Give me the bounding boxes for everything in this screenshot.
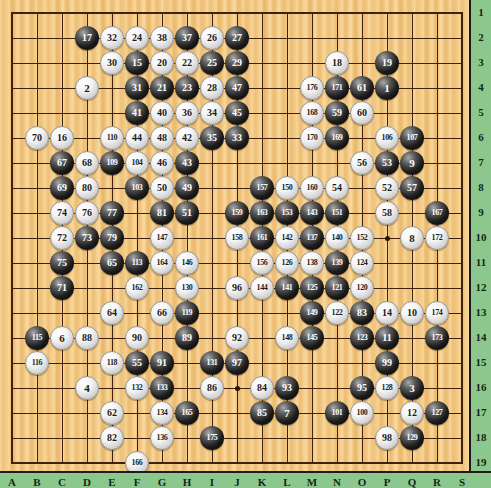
stone-white-174: 174 [425,301,449,325]
row-label-18: 18 [471,431,491,443]
stone-white-60: 60 [350,101,374,125]
stone-white-100: 100 [350,401,374,425]
column-label-E: E [102,476,122,488]
stone-black-153: 153 [275,201,299,225]
column-label-S: S [452,476,472,488]
stone-black-161: 161 [250,226,274,250]
stone-white-6: 6 [50,326,74,350]
column-label-B: B [27,476,47,488]
stone-white-148: 148 [275,326,299,350]
stone-black-123: 123 [350,326,374,350]
stone-white-16: 16 [50,126,74,150]
stone-white-156: 156 [250,251,274,275]
stone-black-15: 15 [125,51,149,75]
stone-white-128: 128 [375,376,399,400]
row-label-17: 17 [471,406,491,418]
stone-black-93: 93 [275,376,299,400]
stone-black-139: 139 [325,251,349,275]
stone-white-30: 30 [100,51,124,75]
stone-black-11: 11 [375,326,399,350]
stone-white-98: 98 [375,426,399,450]
stone-black-51: 51 [175,201,199,225]
stone-white-110: 110 [100,126,124,150]
stone-black-89: 89 [175,326,199,350]
stone-white-92: 92 [225,326,249,350]
star-point [385,236,390,241]
stone-black-61: 61 [350,76,374,100]
stone-white-80: 80 [75,176,99,200]
column-label-N: N [327,476,347,488]
column-label-A: A [2,476,22,488]
stone-black-17: 17 [75,26,99,50]
stone-black-57: 57 [400,176,424,200]
stone-black-37: 37 [175,26,199,50]
stone-black-29: 29 [225,51,249,75]
stone-white-52: 52 [375,176,399,200]
stone-white-84: 84 [250,376,274,400]
row-label-10: 10 [471,231,491,243]
stone-white-104: 104 [125,151,149,175]
column-label-L: L [277,476,297,488]
column-label-R: R [427,476,447,488]
column-label-H: H [177,476,197,488]
stone-black-73: 73 [75,226,99,250]
stone-white-58: 58 [375,201,399,225]
stone-white-142: 142 [275,226,299,250]
stone-white-118: 118 [100,351,124,375]
stone-white-162: 162 [125,276,149,300]
stone-black-159: 159 [225,201,249,225]
stone-white-147: 147 [150,226,174,250]
stone-black-41: 41 [125,101,149,125]
stone-white-72: 72 [50,226,74,250]
column-label-O: O [352,476,372,488]
column-label-M: M [302,476,322,488]
stone-white-140: 140 [325,226,349,250]
stone-white-150: 150 [275,176,299,200]
row-label-9: 9 [471,206,491,218]
stone-white-122: 122 [325,301,349,325]
stone-black-137: 137 [300,226,324,250]
stone-white-146: 146 [175,251,199,275]
stone-black-19: 19 [375,51,399,75]
stone-white-160: 160 [300,176,324,200]
stone-white-56: 56 [350,151,374,175]
stone-black-81: 81 [150,201,174,225]
stone-white-40: 40 [150,101,174,125]
row-label-7: 7 [471,156,491,168]
stone-black-65: 65 [100,251,124,275]
go-board[interactable]: 1732243837262730152022252918192312123284… [0,0,491,488]
star-point [235,386,240,391]
stone-white-20: 20 [150,51,174,75]
stone-black-145: 145 [300,326,324,350]
stone-black-143: 143 [300,201,324,225]
stone-white-86: 86 [200,376,224,400]
stone-white-168: 168 [300,101,324,125]
stone-black-67: 67 [50,151,74,175]
stone-black-85: 85 [250,401,274,425]
stone-white-42: 42 [175,126,199,150]
stone-white-32: 32 [100,26,124,50]
stone-black-131: 131 [200,351,224,375]
row-label-13: 13 [471,306,491,318]
stone-black-79: 79 [100,226,124,250]
stone-white-38: 38 [150,26,174,50]
stone-white-54: 54 [325,176,349,200]
stone-white-176: 176 [300,76,324,100]
stone-white-70: 70 [25,126,49,150]
stone-black-127: 127 [425,401,449,425]
stone-black-59: 59 [325,101,349,125]
grid-line-vertical [461,12,463,464]
grid-line-horizontal [11,413,463,414]
stone-black-163: 163 [250,201,274,225]
stone-black-157: 157 [250,176,274,200]
stone-white-12: 12 [400,401,424,425]
stone-black-107: 107 [400,126,424,150]
stone-black-71: 71 [50,276,74,300]
row-label-16: 16 [471,381,491,393]
stone-black-91: 91 [150,351,174,375]
stone-black-1: 1 [375,76,399,100]
stone-black-125: 125 [300,276,324,300]
stone-black-115: 115 [25,326,49,350]
stone-white-68: 68 [75,151,99,175]
column-label-I: I [202,476,222,488]
stone-black-3: 3 [400,376,424,400]
stone-white-34: 34 [200,101,224,125]
row-label-8: 8 [471,181,491,193]
stone-black-83: 83 [350,301,374,325]
stone-black-141: 141 [275,276,299,300]
row-label-4: 4 [471,81,491,93]
column-coordinate-strip: ABCDEFGHIJKLMNOPQRS [0,471,491,488]
stone-white-170: 170 [300,126,324,150]
stone-white-28: 28 [200,76,224,100]
stone-white-74: 74 [50,201,74,225]
stone-white-50: 50 [150,176,174,200]
stone-black-43: 43 [175,151,199,175]
stone-white-96: 96 [225,276,249,300]
column-label-P: P [377,476,397,488]
stone-white-22: 22 [175,51,199,75]
stone-black-101: 101 [325,401,349,425]
stone-white-158: 158 [225,226,249,250]
stone-black-121: 121 [325,276,349,300]
row-label-6: 6 [471,131,491,143]
stone-white-8: 8 [400,226,424,250]
stone-white-132: 132 [125,376,149,400]
stone-white-48: 48 [150,126,174,150]
stone-black-47: 47 [225,76,249,100]
stone-white-88: 88 [75,326,99,350]
stone-black-97: 97 [225,351,249,375]
stone-black-35: 35 [200,126,224,150]
row-label-1: 1 [471,6,491,18]
stone-white-90: 90 [125,326,149,350]
column-label-C: C [52,476,72,488]
stone-black-25: 25 [200,51,224,75]
stone-white-2: 2 [75,76,99,100]
stone-black-109: 109 [100,151,124,175]
stone-white-136: 136 [150,426,174,450]
stone-white-26: 26 [200,26,224,50]
stone-black-129: 129 [400,426,424,450]
stone-white-144: 144 [250,276,274,300]
stone-black-95: 95 [350,376,374,400]
stone-white-46: 46 [150,151,174,175]
stone-black-49: 49 [175,176,199,200]
row-coordinate-strip: 12345678910111213141516171819 [469,0,491,488]
stone-black-53: 53 [375,151,399,175]
stone-black-77: 77 [100,201,124,225]
stone-white-36: 36 [175,101,199,125]
stone-black-21: 21 [150,76,174,100]
stone-white-18: 18 [325,51,349,75]
row-label-19: 19 [471,456,491,468]
stone-black-173: 173 [425,326,449,350]
stone-white-124: 124 [350,251,374,275]
stone-black-149: 149 [300,301,324,325]
stone-white-134: 134 [150,401,174,425]
stone-white-116: 116 [25,351,49,375]
stone-black-151: 151 [325,201,349,225]
stone-black-167: 167 [425,201,449,225]
stone-black-75: 75 [50,251,74,275]
stone-white-76: 76 [75,201,99,225]
stone-white-172: 172 [425,226,449,250]
stone-white-64: 64 [100,301,124,325]
stone-white-4: 4 [75,376,99,400]
stone-black-169: 169 [325,126,349,150]
stone-white-126: 126 [275,251,299,275]
stone-black-175: 175 [200,426,224,450]
column-label-F: F [127,476,147,488]
stone-black-7: 7 [275,401,299,425]
stone-black-119: 119 [175,301,199,325]
stone-white-130: 130 [175,276,199,300]
row-label-5: 5 [471,106,491,118]
stone-white-62: 62 [100,401,124,425]
grid-line-horizontal [11,462,463,464]
stone-black-55: 55 [125,351,149,375]
stone-black-133: 133 [150,376,174,400]
row-label-14: 14 [471,331,491,343]
stone-black-69: 69 [50,176,74,200]
stone-black-23: 23 [175,76,199,100]
stone-white-14: 14 [375,301,399,325]
row-label-15: 15 [471,356,491,368]
stone-white-10: 10 [400,301,424,325]
column-label-Q: Q [402,476,422,488]
stone-white-164: 164 [150,251,174,275]
stone-black-103: 103 [125,176,149,200]
stone-black-33: 33 [225,126,249,150]
column-label-G: G [152,476,172,488]
stone-white-138: 138 [300,251,324,275]
column-label-D: D [77,476,97,488]
row-label-2: 2 [471,31,491,43]
stone-white-66: 66 [150,301,174,325]
stone-black-113: 113 [125,251,149,275]
stone-black-27: 27 [225,26,249,50]
stone-white-24: 24 [125,26,149,50]
grid-line-horizontal [11,263,463,264]
column-label-J: J [227,476,247,488]
stone-white-106: 106 [375,126,399,150]
row-label-3: 3 [471,56,491,68]
row-label-11: 11 [471,256,491,268]
stone-white-152: 152 [350,226,374,250]
stone-white-82: 82 [100,426,124,450]
stone-white-120: 120 [350,276,374,300]
stone-black-9: 9 [400,151,424,175]
row-label-12: 12 [471,281,491,293]
stone-black-165: 165 [175,401,199,425]
stone-white-44: 44 [125,126,149,150]
stone-black-31: 31 [125,76,149,100]
column-label-K: K [252,476,272,488]
stone-black-45: 45 [225,101,249,125]
stone-black-171: 171 [325,76,349,100]
stone-black-99: 99 [375,351,399,375]
